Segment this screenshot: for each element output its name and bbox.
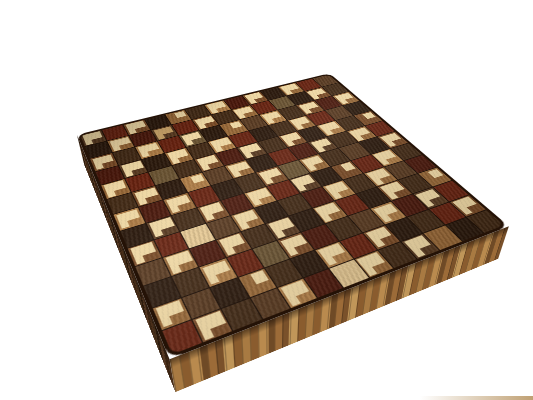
inlay-square [173,251,192,265]
cutting-board [77,73,509,359]
inlay-square [200,116,215,124]
inlay-square [116,137,131,146]
inlay-small-square [251,270,269,284]
inlay-small-square [362,112,376,119]
inlay-square [173,149,189,158]
inlay-square [99,154,114,164]
board-scene [112,16,432,336]
inlay-square [123,209,141,221]
inlay-square [128,161,144,171]
inlay-square [88,131,103,140]
inlay-square [164,300,185,317]
inlay-square [110,180,126,191]
inlay-square [156,217,174,230]
inlay-square [144,143,159,152]
photo-artifact-strip [420,396,533,400]
inlay-square [203,155,219,165]
inlay-square [212,101,226,109]
inlay-square [141,187,158,198]
inlay-square [138,242,157,256]
inlay-small-square [229,121,242,128]
inlay-small-square [174,111,186,118]
product-photo [0,0,533,400]
inlay-square [173,195,190,207]
inlay-square [159,126,174,135]
inlay-small-square [190,174,204,183]
inlay-small-square [428,169,444,178]
inlay-square [187,132,202,141]
inlay-square [131,121,145,129]
